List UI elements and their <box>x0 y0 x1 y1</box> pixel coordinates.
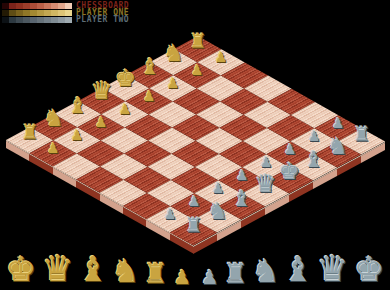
tray-player-two-queen[interactable]: ♛ <box>319 244 346 288</box>
legend-color-segment <box>58 3 65 9</box>
legend-color-segment <box>51 10 58 16</box>
piece-black-bishop-c8[interactable]: ♝ <box>233 183 249 210</box>
piece-black-knight-b8[interactable]: ♞ <box>210 197 226 223</box>
legend-color-segment <box>9 3 16 9</box>
piece-black-king-e8[interactable]: ♚ <box>280 151 300 184</box>
piece-black-rook-h8[interactable]: ♜ <box>354 121 368 145</box>
legend-color-segment <box>44 17 51 23</box>
tray-player-two-knight[interactable]: ♞ <box>255 252 277 288</box>
piece-white-pawn-d2[interactable]: ♟ <box>120 100 130 117</box>
legend-color-segment <box>23 10 30 16</box>
piece-white-rook-h1[interactable]: ♜ <box>190 28 204 52</box>
piece-white-pawn-a2[interactable]: ♟ <box>48 139 58 156</box>
tray-player-two-rook[interactable]: ♜ <box>226 254 246 288</box>
tray-player-two-bishop[interactable]: ♝ <box>285 246 310 288</box>
legend: CHESSBOARDPLAYER ONEPLAYER TWO <box>2 3 129 24</box>
piece-black-pawn-a7[interactable]: ♟ <box>165 205 175 222</box>
piece-black-knight-g8[interactable]: ♞ <box>330 132 346 158</box>
tray-player-one-knight[interactable]: ♞ <box>115 252 137 288</box>
legend-row-2: PLAYER TWO <box>2 17 129 23</box>
piece-white-pawn-c2[interactable]: ♟ <box>96 113 106 130</box>
legend-color-segment <box>16 10 23 16</box>
legend-color-segment <box>65 17 72 23</box>
piece-black-rook-a8[interactable]: ♜ <box>186 212 200 236</box>
legend-color-segment <box>37 3 44 9</box>
legend-color-segment <box>2 3 9 9</box>
piece-black-pawn-b7[interactable]: ♟ <box>189 192 199 209</box>
piece-white-queen-d1[interactable]: ♛ <box>93 74 111 104</box>
piece-black-bishop-f8[interactable]: ♝ <box>305 144 321 171</box>
piece-white-pawn-b2[interactable]: ♟ <box>72 126 82 143</box>
piece-white-pawn-e2[interactable]: ♟ <box>144 87 154 104</box>
legend-color-segment <box>30 17 37 23</box>
legend-color-segment <box>30 10 37 16</box>
game-screen: CHESSBOARDPLAYER ONEPLAYER TWO ♜♞♝♛♚♝♞♜♟… <box>0 0 390 290</box>
tray-player-one-queen[interactable]: ♛ <box>45 244 72 288</box>
legend-color-segment <box>9 10 16 16</box>
tray-player-two-king[interactable]: ♚ <box>355 240 384 288</box>
piece-white-pawn-h2[interactable]: ♟ <box>216 48 226 65</box>
legend-label: PLAYER TWO <box>76 17 129 23</box>
legend-color-segment <box>30 3 37 9</box>
legend-color-segment <box>2 17 9 23</box>
legend-color-segment <box>51 17 58 23</box>
tray-player-one: ♚♛♝♞♜♟ <box>2 240 194 288</box>
legend-gradient-bar <box>2 17 72 23</box>
piece-white-pawn-g2[interactable]: ♟ <box>192 61 202 78</box>
piece-white-rook-a1[interactable]: ♜ <box>22 119 36 143</box>
piece-white-knight-g1[interactable]: ♞ <box>166 39 182 65</box>
tray-player-two-pawn[interactable]: ♟ <box>202 264 216 288</box>
legend-color-segment <box>37 17 44 23</box>
piece-black-queen-d8[interactable]: ♛ <box>256 167 274 197</box>
tray-player-one-rook[interactable]: ♜ <box>145 254 165 288</box>
legend-color-segment <box>37 10 44 16</box>
legend-color-segment <box>23 3 30 9</box>
legend-gradient-bar <box>2 3 72 9</box>
legend-color-segment <box>2 10 9 16</box>
piece-white-bishop-c1[interactable]: ♝ <box>70 90 86 117</box>
legend-color-segment <box>51 3 58 9</box>
legend-color-segment <box>58 10 65 16</box>
legend-color-segment <box>65 3 72 9</box>
legend-color-segment <box>44 3 51 9</box>
legend-color-segment <box>65 10 72 16</box>
legend-color-segment <box>23 17 30 23</box>
tray-player-one-bishop[interactable]: ♝ <box>80 246 105 288</box>
piece-white-bishop-f1[interactable]: ♝ <box>142 51 158 78</box>
legend-gradient-bar <box>2 10 72 16</box>
piece-white-king-e1[interactable]: ♚ <box>116 58 136 91</box>
tray-player-one-king[interactable]: ♚ <box>7 240 36 288</box>
legend-color-segment <box>58 17 65 23</box>
tray-player-two: ♟♜♞♝♛♚ <box>198 240 388 288</box>
legend-color-segment <box>16 3 23 9</box>
legend-color-segment <box>16 17 23 23</box>
piece-white-pawn-f2[interactable]: ♟ <box>168 74 178 91</box>
tray-player-one-pawn[interactable]: ♟ <box>175 264 189 288</box>
legend-color-segment <box>44 10 51 16</box>
legend-color-segment <box>9 17 16 23</box>
piece-white-knight-b1[interactable]: ♞ <box>46 104 62 130</box>
